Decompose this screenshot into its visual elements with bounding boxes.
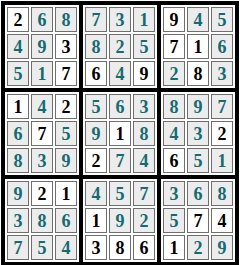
box-2-2: 563918274 bbox=[81, 90, 159, 177]
cell-r2c7[interactable]: 7 bbox=[163, 34, 185, 59]
cell-r8c4[interactable]: 1 bbox=[85, 208, 107, 233]
cell-r6c2[interactable]: 3 bbox=[31, 148, 53, 173]
cell-r7c2[interactable]: 2 bbox=[31, 181, 53, 206]
cell-r2c9[interactable]: 6 bbox=[211, 34, 233, 59]
cell-r5c4[interactable]: 9 bbox=[85, 121, 107, 146]
box-3-3: 368574129 bbox=[159, 177, 237, 264]
box-3-1: 921386754 bbox=[3, 177, 81, 264]
cell-r1c4[interactable]: 7 bbox=[85, 7, 107, 32]
box-1-2: 731825649 bbox=[81, 3, 159, 90]
cell-r6c1[interactable]: 8 bbox=[7, 148, 29, 173]
box-2-1: 142675839 bbox=[3, 90, 81, 177]
cell-r7c4[interactable]: 4 bbox=[85, 181, 107, 206]
cell-r2c3[interactable]: 3 bbox=[55, 34, 77, 59]
cell-r2c4[interactable]: 8 bbox=[85, 34, 107, 59]
cell-r3c6[interactable]: 9 bbox=[133, 61, 155, 86]
cell-r5c5[interactable]: 1 bbox=[109, 121, 131, 146]
cell-r9c3[interactable]: 4 bbox=[55, 235, 77, 260]
cell-r4c1[interactable]: 1 bbox=[7, 94, 29, 119]
cell-r7c9[interactable]: 8 bbox=[211, 181, 233, 206]
cell-r7c6[interactable]: 7 bbox=[133, 181, 155, 206]
box-1-1: 268493517 bbox=[3, 3, 81, 90]
cell-r6c4[interactable]: 2 bbox=[85, 148, 107, 173]
cell-r7c7[interactable]: 3 bbox=[163, 181, 185, 206]
cell-r3c3[interactable]: 7 bbox=[55, 61, 77, 86]
cell-r5c7[interactable]: 4 bbox=[163, 121, 185, 146]
cell-r2c6[interactable]: 5 bbox=[133, 34, 155, 59]
cell-r2c8[interactable]: 1 bbox=[187, 34, 209, 59]
cell-r6c6[interactable]: 4 bbox=[133, 148, 155, 173]
cell-r4c5[interactable]: 6 bbox=[109, 94, 131, 119]
cell-r4c6[interactable]: 3 bbox=[133, 94, 155, 119]
cell-r9c4[interactable]: 3 bbox=[85, 235, 107, 260]
cell-r9c6[interactable]: 6 bbox=[133, 235, 155, 260]
cell-r8c7[interactable]: 5 bbox=[163, 208, 185, 233]
cell-r9c1[interactable]: 7 bbox=[7, 235, 29, 260]
cell-r1c1[interactable]: 2 bbox=[7, 7, 29, 32]
cell-r8c8[interactable]: 7 bbox=[187, 208, 209, 233]
cell-r4c7[interactable]: 8 bbox=[163, 94, 185, 119]
cell-r2c5[interactable]: 2 bbox=[109, 34, 131, 59]
cell-r4c4[interactable]: 5 bbox=[85, 94, 107, 119]
cell-r3c8[interactable]: 8 bbox=[187, 61, 209, 86]
cell-r7c8[interactable]: 6 bbox=[187, 181, 209, 206]
sudoku-board: 2684935177318256499457162831426758395639… bbox=[1, 1, 239, 265]
box-3-2: 457192386 bbox=[81, 177, 159, 264]
cell-r1c9[interactable]: 5 bbox=[211, 7, 233, 32]
box-1-3: 945716283 bbox=[159, 3, 237, 90]
cell-r3c4[interactable]: 6 bbox=[85, 61, 107, 86]
cell-r9c2[interactable]: 5 bbox=[31, 235, 53, 260]
cell-r8c1[interactable]: 3 bbox=[7, 208, 29, 233]
cell-r3c7[interactable]: 2 bbox=[163, 61, 185, 86]
cell-r3c1[interactable]: 5 bbox=[7, 61, 29, 86]
cell-r8c9[interactable]: 4 bbox=[211, 208, 233, 233]
cell-r4c2[interactable]: 4 bbox=[31, 94, 53, 119]
cell-r1c6[interactable]: 1 bbox=[133, 7, 155, 32]
cell-r4c3[interactable]: 2 bbox=[55, 94, 77, 119]
cell-r7c1[interactable]: 9 bbox=[7, 181, 29, 206]
cell-r6c3[interactable]: 9 bbox=[55, 148, 77, 173]
cell-r1c7[interactable]: 9 bbox=[163, 7, 185, 32]
cell-r1c8[interactable]: 4 bbox=[187, 7, 209, 32]
cell-r3c9[interactable]: 3 bbox=[211, 61, 233, 86]
cell-r6c9[interactable]: 1 bbox=[211, 148, 233, 173]
page: 2684935177318256499457162831426758395639… bbox=[0, 0, 240, 265]
cell-r2c1[interactable]: 4 bbox=[7, 34, 29, 59]
cell-r4c9[interactable]: 7 bbox=[211, 94, 233, 119]
cell-r1c3[interactable]: 8 bbox=[55, 7, 77, 32]
cell-r8c2[interactable]: 8 bbox=[31, 208, 53, 233]
cell-r3c5[interactable]: 4 bbox=[109, 61, 131, 86]
cell-r9c5[interactable]: 8 bbox=[109, 235, 131, 260]
cell-r5c9[interactable]: 2 bbox=[211, 121, 233, 146]
cell-r8c6[interactable]: 2 bbox=[133, 208, 155, 233]
cell-r6c7[interactable]: 6 bbox=[163, 148, 185, 173]
cell-r9c7[interactable]: 1 bbox=[163, 235, 185, 260]
cell-r1c2[interactable]: 6 bbox=[31, 7, 53, 32]
cell-r5c1[interactable]: 6 bbox=[7, 121, 29, 146]
cell-r7c3[interactable]: 1 bbox=[55, 181, 77, 206]
box-2-3: 897432651 bbox=[159, 90, 237, 177]
cell-r2c2[interactable]: 9 bbox=[31, 34, 53, 59]
cell-r8c3[interactable]: 6 bbox=[55, 208, 77, 233]
cell-r5c2[interactable]: 7 bbox=[31, 121, 53, 146]
cell-r1c5[interactable]: 3 bbox=[109, 7, 131, 32]
cell-r6c8[interactable]: 5 bbox=[187, 148, 209, 173]
cell-r4c8[interactable]: 9 bbox=[187, 94, 209, 119]
cell-r8c5[interactable]: 9 bbox=[109, 208, 131, 233]
cell-r5c8[interactable]: 3 bbox=[187, 121, 209, 146]
cell-r5c3[interactable]: 5 bbox=[55, 121, 77, 146]
cell-r7c5[interactable]: 5 bbox=[109, 181, 131, 206]
cell-r3c2[interactable]: 1 bbox=[31, 61, 53, 86]
cell-r5c6[interactable]: 8 bbox=[133, 121, 155, 146]
cell-r9c9[interactable]: 9 bbox=[211, 235, 233, 260]
cell-r9c8[interactable]: 2 bbox=[187, 235, 209, 260]
cell-r6c5[interactable]: 7 bbox=[109, 148, 131, 173]
